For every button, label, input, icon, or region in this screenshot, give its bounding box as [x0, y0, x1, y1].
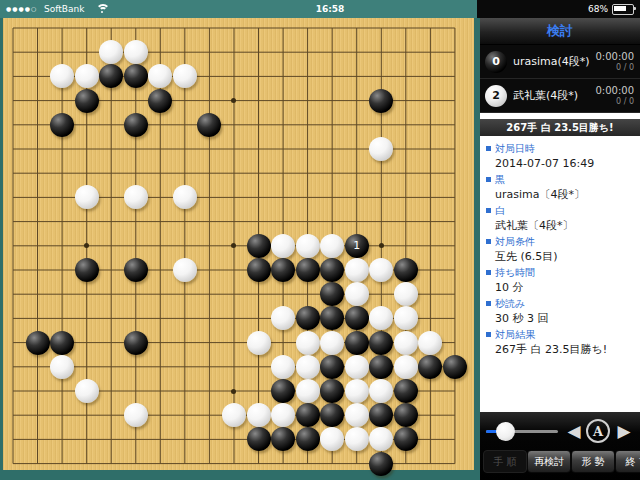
bullet-icon — [486, 177, 491, 182]
info-value: 10 分 — [486, 280, 640, 295]
status-clock: 16:58 — [300, 0, 360, 18]
white-stone — [418, 331, 442, 355]
status-bar-left: ●●●●○ SoftBank 16:58 — [0, 0, 477, 18]
black-stone — [320, 258, 344, 282]
black-stone — [369, 355, 393, 379]
white-stone — [345, 258, 369, 282]
info-label: 対局条件 — [486, 234, 640, 249]
info-value: urasima〔4段*〕 — [486, 187, 640, 202]
player-time: 0:00:00 — [595, 85, 634, 97]
player-time: 0:00:00 — [595, 51, 634, 63]
black-stone — [26, 331, 50, 355]
white-stone — [394, 355, 418, 379]
black-stone — [148, 89, 172, 113]
black-stone — [369, 89, 393, 113]
playback-controls: ◀ A ▶ 手 順再検討形 勢終 了 — [480, 412, 640, 480]
black-stone — [75, 89, 99, 113]
status-bar: ●●●●○ SoftBank 16:58 68% — [0, 0, 640, 18]
white-stone — [75, 185, 99, 209]
white-stone — [345, 282, 369, 306]
player-periods: 0 / 0 — [595, 63, 634, 73]
white-stone — [124, 185, 148, 209]
player-row[interactable]: 2武礼葉(4段*)0:00:000 / 0 — [480, 79, 640, 113]
info-value: 267手 白 23.5目勝ち! — [486, 342, 640, 357]
white-stone — [394, 331, 418, 355]
white-stone — [296, 331, 320, 355]
player-name: urasima(4段*) — [513, 54, 595, 69]
white-stone — [50, 355, 74, 379]
white-stone — [320, 331, 344, 355]
slider-thumb[interactable] — [496, 422, 515, 441]
info-label: 対局日時 — [486, 141, 640, 156]
black-stone — [296, 427, 320, 451]
command-button-手順: 手 順 — [483, 450, 527, 473]
info-label: 白 — [486, 203, 640, 218]
white-stone — [394, 282, 418, 306]
black-stone — [394, 258, 418, 282]
captures-badge-white-stone: 2 — [485, 85, 507, 107]
info-item: 対局日時2014-07-07 16:49 — [486, 141, 640, 171]
white-stone — [271, 234, 295, 258]
white-stone — [345, 355, 369, 379]
black-stone — [271, 258, 295, 282]
black-stone — [320, 379, 344, 403]
white-stone — [345, 379, 369, 403]
captures-badge-black-stone: 0 — [485, 51, 507, 73]
move-number-marker: 1 — [345, 234, 369, 258]
bullet-icon — [486, 239, 491, 244]
black-stone — [345, 306, 369, 330]
bullet-icon — [486, 270, 491, 275]
info-value: 武礼葉〔4段*〕 — [486, 218, 640, 233]
black-stone — [369, 331, 393, 355]
black-stone — [296, 306, 320, 330]
black-stone — [75, 258, 99, 282]
black-stone — [124, 258, 148, 282]
white-stone — [124, 403, 148, 427]
info-value: 30 秒 3 回 — [486, 311, 640, 326]
black-stone — [247, 427, 271, 451]
command-button-再検討[interactable]: 再検討 — [527, 450, 571, 473]
command-button-row: 手 順再検討形 勢終 了 — [480, 450, 640, 473]
white-stone — [173, 258, 197, 282]
board-frame: 1 — [0, 18, 480, 480]
carrier-label: SoftBank — [44, 0, 84, 18]
white-stone — [296, 355, 320, 379]
prev-move-button[interactable]: ◀ — [564, 419, 584, 443]
white-stone — [247, 331, 271, 355]
black-stone — [50, 113, 74, 137]
black-stone — [394, 379, 418, 403]
black-stone — [394, 403, 418, 427]
move-slider[interactable] — [486, 430, 558, 433]
result-banner: 267手 白 23.5目勝ち! — [480, 119, 640, 136]
info-item: 対局条件互先 (6.5目) — [486, 234, 640, 264]
auto-play-button[interactable]: A — [586, 419, 610, 443]
white-stone — [345, 403, 369, 427]
info-item: 持ち時間10 分 — [486, 265, 640, 295]
player-list: 0urasima(4段*)0:00:000 / 02武礼葉(4段*)0:00:0… — [480, 45, 640, 113]
black-stone — [124, 331, 148, 355]
battery-percent: 68% — [588, 4, 608, 14]
bullet-icon — [486, 146, 491, 151]
info-value: 互先 (6.5目) — [486, 249, 640, 264]
black-stone — [247, 258, 271, 282]
black-stone — [296, 403, 320, 427]
info-item: 対局結果267手 白 23.5目勝ち! — [486, 327, 640, 357]
nav-row: ◀ A ▶ — [480, 417, 640, 445]
bullet-icon — [486, 208, 491, 213]
white-stone — [296, 234, 320, 258]
command-button-形勢[interactable]: 形 勢 — [571, 450, 615, 473]
white-stone — [222, 403, 246, 427]
wifi-icon — [96, 4, 108, 14]
black-stone — [345, 331, 369, 355]
info-label: 秒読み — [486, 296, 640, 311]
white-stone — [271, 355, 295, 379]
white-stone — [75, 64, 99, 88]
black-stone — [124, 113, 148, 137]
black-stone — [247, 234, 271, 258]
info-item: 黒urasima〔4段*〕 — [486, 172, 640, 202]
status-bar-right: 68% — [477, 0, 640, 18]
player-row[interactable]: 0urasima(4段*)0:00:000 / 0 — [480, 45, 640, 79]
white-stone — [124, 40, 148, 64]
info-item: 白武礼葉〔4段*〕 — [486, 203, 640, 233]
info-item: 秒読み30 秒 3 回 — [486, 296, 640, 326]
white-stone — [75, 379, 99, 403]
info-label: 対局結果 — [486, 327, 640, 342]
go-board[interactable]: 1 — [3, 18, 474, 470]
player-periods: 0 / 0 — [595, 97, 634, 107]
black-stone — [271, 379, 295, 403]
info-label: 黒 — [486, 172, 640, 187]
info-value: 2014-07-07 16:49 — [486, 156, 640, 171]
next-move-button[interactable]: ▶ — [614, 419, 634, 443]
black-stone — [320, 355, 344, 379]
signal-strength-icon: ●●●●○ — [6, 0, 37, 18]
panel-title: 検討 — [480, 18, 640, 45]
battery-icon — [612, 4, 634, 15]
player-name: 武礼葉(4段*) — [513, 88, 595, 103]
black-stone — [369, 452, 393, 476]
black-stone: 1 — [345, 234, 369, 258]
white-stone — [320, 234, 344, 258]
white-stone — [345, 427, 369, 451]
black-stone — [124, 64, 148, 88]
white-stone — [296, 379, 320, 403]
info-label: 持ち時間 — [486, 265, 640, 280]
review-panel: 検討 0urasima(4段*)0:00:000 / 02武礼葉(4段*)0:0… — [480, 18, 640, 480]
black-stone — [50, 331, 74, 355]
white-stone — [247, 403, 271, 427]
bullet-icon — [486, 301, 491, 306]
game-info-list: 対局日時2014-07-07 16:49黒urasima〔4段*〕白武礼葉〔4段… — [480, 136, 640, 357]
bullet-icon — [486, 332, 491, 337]
black-stone — [296, 258, 320, 282]
black-stone — [443, 355, 467, 379]
go-review-app: ●●●●○ SoftBank 16:58 68% 1 検討 0urasima(4… — [0, 0, 640, 480]
black-stone — [418, 355, 442, 379]
command-button-終了[interactable]: 終 了 — [615, 450, 640, 473]
